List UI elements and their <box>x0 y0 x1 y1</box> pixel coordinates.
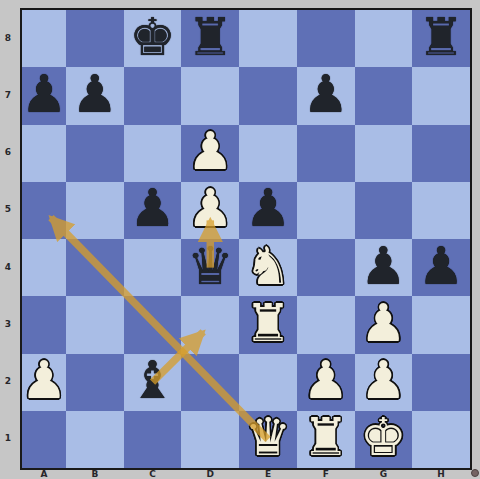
rank-label-3: 3 <box>0 319 16 329</box>
square-h7[interactable] <box>412 67 470 124</box>
square-h5[interactable] <box>412 182 470 239</box>
square-e4[interactable]: ♞ <box>239 239 297 296</box>
piece-black-queen[interactable]: ♛ <box>187 240 234 292</box>
square-b1[interactable] <box>66 411 124 468</box>
piece-white-pawn[interactable]: ♟ <box>187 125 234 177</box>
square-g8[interactable] <box>355 10 413 67</box>
rank-label-7: 7 <box>0 90 16 100</box>
square-c8[interactable]: ♚ <box>124 10 182 67</box>
piece-black-pawn[interactable]: ♟ <box>302 68 349 120</box>
square-b2[interactable] <box>66 354 124 411</box>
board-frame: ♚♜♜♟♟♟♟♟♟♟♛♞♟♟♜♟♟♝♟♟♛♜♚ <box>20 8 472 470</box>
piece-white-pawn[interactable]: ♟ <box>187 182 234 234</box>
square-g4[interactable]: ♟ <box>355 239 413 296</box>
piece-black-pawn[interactable]: ♟ <box>245 182 292 234</box>
square-f5[interactable] <box>297 182 355 239</box>
square-d4[interactable]: ♛ <box>181 239 239 296</box>
rank-label-6: 6 <box>0 147 16 157</box>
square-d7[interactable] <box>181 67 239 124</box>
piece-black-pawn[interactable]: ♟ <box>360 240 407 292</box>
square-f4[interactable] <box>297 239 355 296</box>
square-b3[interactable] <box>66 296 124 353</box>
rank-label-8: 8 <box>0 33 16 43</box>
file-labels: ABCDEFGH <box>22 468 470 479</box>
square-f1[interactable]: ♜ <box>297 411 355 468</box>
piece-white-knight[interactable]: ♞ <box>245 240 292 292</box>
square-h2[interactable] <box>412 354 470 411</box>
square-b6[interactable] <box>66 125 124 182</box>
square-d6[interactable]: ♟ <box>181 125 239 182</box>
square-h1[interactable] <box>412 411 470 468</box>
piece-black-pawn[interactable]: ♟ <box>21 68 68 120</box>
square-f7[interactable]: ♟ <box>297 67 355 124</box>
square-e7[interactable] <box>239 67 297 124</box>
square-a8[interactable] <box>22 10 66 67</box>
file-label-H: H <box>431 469 451 479</box>
square-c4[interactable] <box>124 239 182 296</box>
piece-black-rook[interactable]: ♜ <box>418 11 465 63</box>
square-g3[interactable]: ♟ <box>355 296 413 353</box>
square-c3[interactable] <box>124 296 182 353</box>
piece-black-king[interactable]: ♚ <box>129 11 176 63</box>
piece-white-rook[interactable]: ♜ <box>302 411 349 463</box>
rank-labels: 87654321 <box>0 10 18 468</box>
square-a3[interactable] <box>22 296 66 353</box>
app-logo-dot <box>471 469 479 477</box>
square-e8[interactable] <box>239 10 297 67</box>
piece-black-rook[interactable]: ♜ <box>187 11 234 63</box>
square-g6[interactable] <box>355 125 413 182</box>
square-g2[interactable]: ♟ <box>355 354 413 411</box>
square-b8[interactable] <box>66 10 124 67</box>
square-f3[interactable] <box>297 296 355 353</box>
square-d5[interactable]: ♟ <box>181 182 239 239</box>
square-h3[interactable] <box>412 296 470 353</box>
analysis-board-window: ♚♜♜♟♟♟♟♟♟♟♛♞♟♟♜♟♟♝♟♟♛♜♚ 87654321 ABCDEFG… <box>0 0 480 479</box>
square-h4[interactable]: ♟ <box>412 239 470 296</box>
file-label-E: E <box>258 469 278 479</box>
square-c7[interactable] <box>124 67 182 124</box>
piece-white-king[interactable]: ♚ <box>360 411 407 463</box>
square-a7[interactable]: ♟ <box>22 67 66 124</box>
square-g1[interactable]: ♚ <box>355 411 413 468</box>
square-c1[interactable] <box>124 411 182 468</box>
square-d2[interactable] <box>181 354 239 411</box>
piece-black-pawn[interactable]: ♟ <box>129 182 176 234</box>
file-label-F: F <box>316 469 336 479</box>
rank-label-2: 2 <box>0 376 16 386</box>
rank-label-1: 1 <box>0 433 16 443</box>
piece-black-bishop[interactable]: ♝ <box>129 354 176 406</box>
square-b5[interactable] <box>66 182 124 239</box>
piece-black-pawn[interactable]: ♟ <box>418 240 465 292</box>
square-h8[interactable]: ♜ <box>412 10 470 67</box>
square-a6[interactable] <box>22 125 66 182</box>
square-a1[interactable] <box>22 411 66 468</box>
square-e2[interactable] <box>239 354 297 411</box>
square-g5[interactable] <box>355 182 413 239</box>
square-b7[interactable]: ♟ <box>66 67 124 124</box>
piece-black-pawn[interactable]: ♟ <box>72 68 119 120</box>
square-a2[interactable]: ♟ <box>22 354 66 411</box>
square-a4[interactable] <box>22 239 66 296</box>
square-h6[interactable] <box>412 125 470 182</box>
chess-board[interactable]: ♚♜♜♟♟♟♟♟♟♟♛♞♟♟♜♟♟♝♟♟♛♜♚ <box>22 10 470 468</box>
square-e1[interactable]: ♛ <box>239 411 297 468</box>
square-c6[interactable] <box>124 125 182 182</box>
file-label-G: G <box>373 469 393 479</box>
file-label-B: B <box>85 469 105 479</box>
square-d3[interactable] <box>181 296 239 353</box>
rank-label-4: 4 <box>0 262 16 272</box>
square-f2[interactable]: ♟ <box>297 354 355 411</box>
piece-white-pawn[interactable]: ♟ <box>21 354 68 406</box>
square-g7[interactable] <box>355 67 413 124</box>
piece-white-pawn[interactable]: ♟ <box>360 297 407 349</box>
square-a5[interactable] <box>22 182 66 239</box>
square-c5[interactable]: ♟ <box>124 182 182 239</box>
piece-white-rook[interactable]: ♜ <box>245 297 292 349</box>
square-f6[interactable] <box>297 125 355 182</box>
rank-label-5: 5 <box>0 204 16 214</box>
file-label-C: C <box>143 469 163 479</box>
piece-white-queen[interactable]: ♛ <box>245 411 292 463</box>
square-e5[interactable]: ♟ <box>239 182 297 239</box>
square-f8[interactable] <box>297 10 355 67</box>
square-e6[interactable] <box>239 125 297 182</box>
file-label-A: A <box>34 469 54 479</box>
piece-white-pawn[interactable]: ♟ <box>360 354 407 406</box>
piece-white-pawn[interactable]: ♟ <box>302 354 349 406</box>
square-e3[interactable]: ♜ <box>239 296 297 353</box>
square-c2[interactable]: ♝ <box>124 354 182 411</box>
square-d8[interactable]: ♜ <box>181 10 239 67</box>
square-d1[interactable] <box>181 411 239 468</box>
square-b4[interactable] <box>66 239 124 296</box>
file-label-D: D <box>200 469 220 479</box>
